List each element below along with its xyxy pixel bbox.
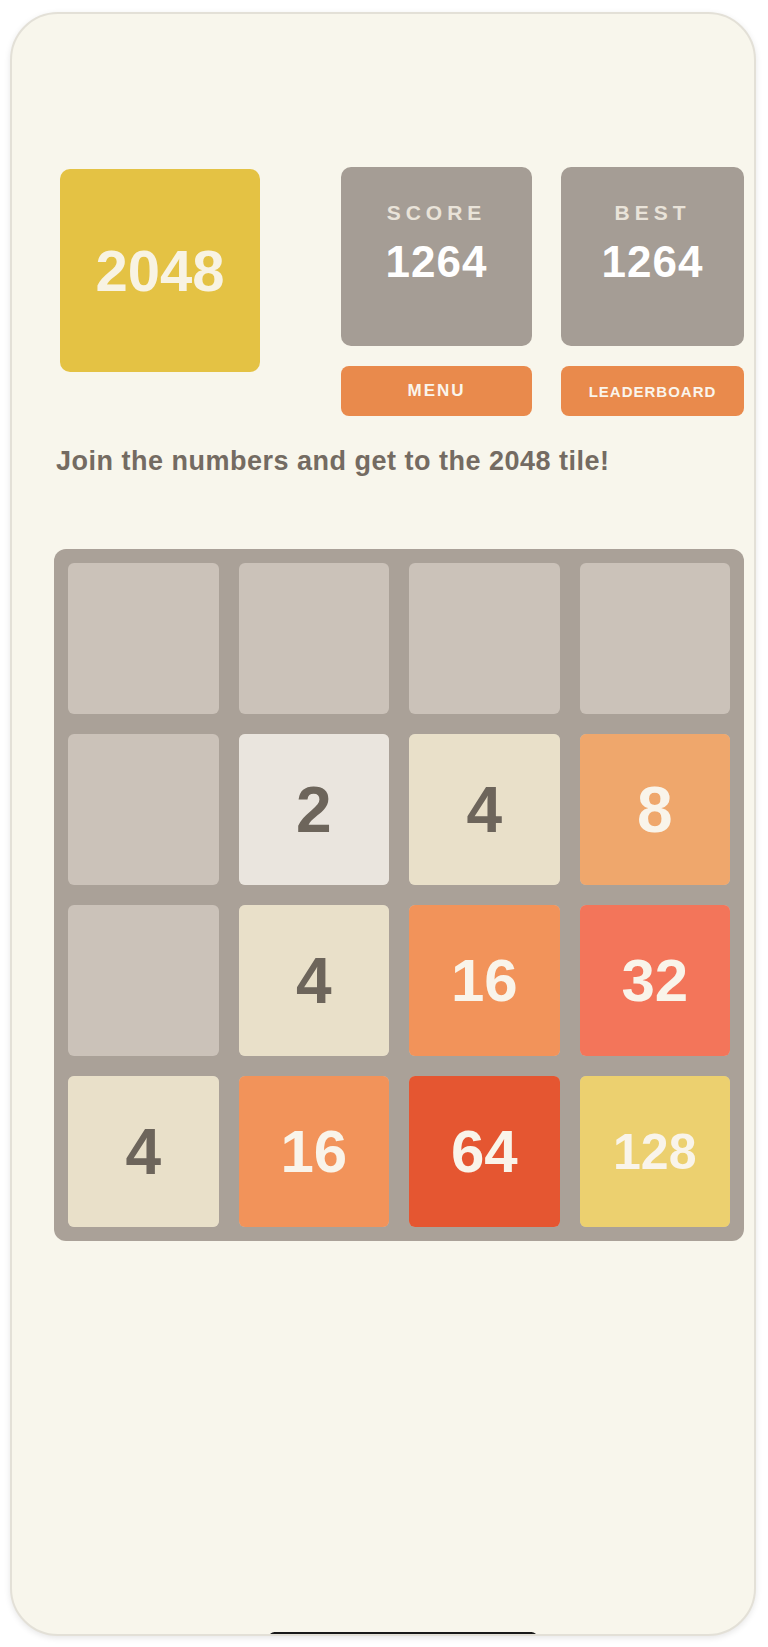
- game-logo-tile: 2048: [60, 169, 260, 372]
- board-cell: 128: [580, 1076, 731, 1227]
- board-cell: 2: [239, 734, 390, 885]
- best-value: 1264: [602, 237, 704, 287]
- phone-screen: 2048 SCORE 1264 BEST 1264 MENU LEADERBOA…: [10, 12, 756, 1636]
- board-cell: 16: [409, 905, 560, 1056]
- board-cell: 4: [239, 905, 390, 1056]
- tile-16: 16: [409, 905, 560, 1056]
- board-cell: 64: [409, 1076, 560, 1227]
- tile-4: 4: [409, 734, 560, 885]
- board-cell: 4: [68, 1076, 219, 1227]
- board-cell: [580, 563, 731, 714]
- board-cell: [68, 563, 219, 714]
- tile-4: 4: [68, 1076, 219, 1227]
- board-cell: 32: [580, 905, 731, 1056]
- tile-16: 16: [239, 1076, 390, 1227]
- menu-button[interactable]: MENU: [341, 366, 532, 416]
- board-cell: 8: [580, 734, 731, 885]
- board-cell: [239, 563, 390, 714]
- score-value: 1264: [386, 237, 488, 287]
- home-indicator[interactable]: [269, 1632, 537, 1636]
- score-box: SCORE 1264: [341, 167, 532, 346]
- best-label: BEST: [614, 201, 690, 225]
- score-label: SCORE: [387, 201, 487, 225]
- tile-32: 32: [580, 905, 731, 1056]
- board-cell: [68, 905, 219, 1056]
- tile-4: 4: [239, 905, 390, 1056]
- board-grid[interactable]: 2484163241664128: [54, 549, 744, 1241]
- leaderboard-button[interactable]: LEADERBOARD: [561, 366, 744, 416]
- tile-128: 128: [580, 1076, 731, 1227]
- board-cell: 16: [239, 1076, 390, 1227]
- board-cell: 4: [409, 734, 560, 885]
- game-logo-text: 2048: [95, 237, 224, 304]
- board-cell: [68, 734, 219, 885]
- board-cell: [409, 563, 560, 714]
- tile-8: 8: [580, 734, 731, 885]
- tagline: Join the numbers and get to the 2048 til…: [56, 446, 756, 477]
- tile-64: 64: [409, 1076, 560, 1227]
- best-box: BEST 1264: [561, 167, 744, 346]
- tile-2: 2: [239, 734, 390, 885]
